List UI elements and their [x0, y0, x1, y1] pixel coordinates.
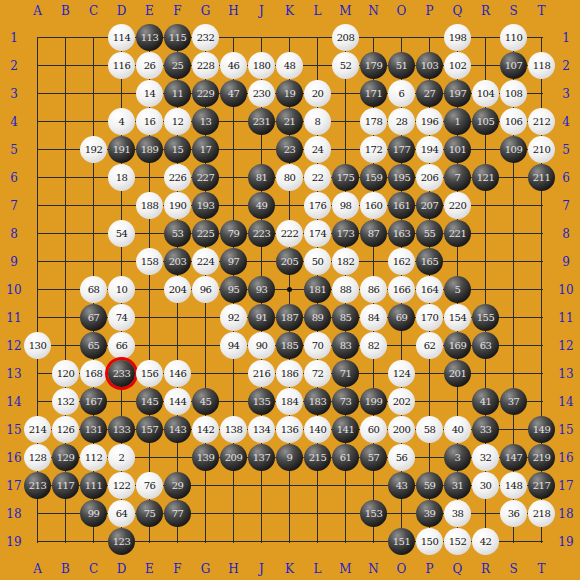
stone-black-H3-move-47[interactable]: 47: [220, 80, 247, 107]
stone-white-R16-move-32[interactable]: 32: [472, 444, 499, 471]
stone-white-Q1-move-198[interactable]: 198: [444, 24, 471, 51]
row-label-right-11: 11: [552, 311, 580, 325]
stone-white-Q19-move-152[interactable]: 152: [444, 528, 471, 555]
stone-white-J3-move-230[interactable]: 230: [248, 80, 275, 107]
stone-black-S5-move-109[interactable]: 109: [500, 136, 527, 163]
stone-black-P17-move-59[interactable]: 59: [416, 472, 443, 499]
stone-white-E2-move-26[interactable]: 26: [136, 52, 163, 79]
stone-white-M9-move-182[interactable]: 182: [332, 248, 359, 275]
stone-white-E9-move-158[interactable]: 158: [136, 248, 163, 275]
stone-white-L15-move-140[interactable]: 140: [304, 416, 331, 443]
stone-black-D13-move-233[interactable]: 233: [108, 360, 135, 387]
row-label-left-6: 6: [0, 171, 28, 185]
col-label-bottom-A: A: [24, 562, 52, 576]
stone-white-H11-move-92[interactable]: 92: [220, 304, 247, 331]
stone-white-E7-move-188[interactable]: 188: [136, 192, 163, 219]
stone-white-N5-move-172[interactable]: 172: [360, 136, 387, 163]
stone-black-O8-move-163[interactable]: 163: [388, 220, 415, 247]
stone-white-C16-move-112[interactable]: 112: [80, 444, 107, 471]
stone-white-R17-move-30[interactable]: 30: [472, 472, 499, 499]
stone-black-J6-move-81[interactable]: 81: [248, 164, 275, 191]
col-label-bottom-J: J: [248, 562, 276, 576]
stone-black-Q17-move-31[interactable]: 31: [444, 472, 471, 499]
stone-white-P15-move-58[interactable]: 58: [416, 416, 443, 443]
row-label-left-10: 10: [0, 283, 28, 297]
stone-white-D17-move-122[interactable]: 122: [108, 472, 135, 499]
stone-black-F8-move-53[interactable]: 53: [164, 220, 191, 247]
stone-black-O5-move-177[interactable]: 177: [388, 136, 415, 163]
col-label-bottom-K: K: [276, 562, 304, 576]
stone-black-J16-move-137[interactable]: 137: [248, 444, 275, 471]
stone-black-R6-move-121[interactable]: 121: [472, 164, 499, 191]
stone-white-M2-move-52[interactable]: 52: [332, 52, 359, 79]
stone-black-N3-move-171[interactable]: 171: [360, 80, 387, 107]
stone-white-H2-move-46[interactable]: 46: [220, 52, 247, 79]
stone-white-P4-move-196[interactable]: 196: [416, 108, 443, 135]
stone-white-K13-move-186[interactable]: 186: [276, 360, 303, 387]
row-label-right-8: 8: [552, 227, 580, 241]
stone-black-M13-move-71[interactable]: 71: [332, 360, 359, 387]
stone-black-F2-move-25[interactable]: 25: [164, 52, 191, 79]
col-label-top-E: E: [136, 4, 164, 18]
stone-black-O7-move-161[interactable]: 161: [388, 192, 415, 219]
row-label-left-8: 8: [0, 227, 28, 241]
stone-white-O4-move-28[interactable]: 28: [388, 108, 415, 135]
stone-black-K12-move-185[interactable]: 185: [276, 332, 303, 359]
col-label-top-J: J: [248, 4, 276, 18]
stone-black-G5-move-17[interactable]: 17: [192, 136, 219, 163]
stone-black-Q8-move-221[interactable]: 221: [444, 220, 471, 247]
stone-black-S16-move-147[interactable]: 147: [500, 444, 527, 471]
stone-black-R11-move-155[interactable]: 155: [472, 304, 499, 331]
row-label-right-18: 18: [552, 507, 580, 521]
stone-black-D15-move-133[interactable]: 133: [108, 416, 135, 443]
stone-white-G9-move-224[interactable]: 224: [192, 248, 219, 275]
stone-white-J2-move-180[interactable]: 180: [248, 52, 275, 79]
stone-black-F5-move-15[interactable]: 15: [164, 136, 191, 163]
stone-black-N14-move-199[interactable]: 199: [360, 388, 387, 415]
stone-black-Q16-move-3[interactable]: 3: [444, 444, 471, 471]
col-label-top-G: G: [192, 4, 220, 18]
stone-black-F18-move-77[interactable]: 77: [164, 500, 191, 527]
stone-white-D10-move-10[interactable]: 10: [108, 276, 135, 303]
stone-white-R3-move-104[interactable]: 104: [472, 80, 499, 107]
stone-black-M15-move-141[interactable]: 141: [332, 416, 359, 443]
stone-black-P8-move-55[interactable]: 55: [416, 220, 443, 247]
stone-white-N15-move-60[interactable]: 60: [360, 416, 387, 443]
stone-white-E17-move-76[interactable]: 76: [136, 472, 163, 499]
stone-black-D5-move-191[interactable]: 191: [108, 136, 135, 163]
stone-black-E5-move-189[interactable]: 189: [136, 136, 163, 163]
stone-black-M6-move-175[interactable]: 175: [332, 164, 359, 191]
stone-white-F7-move-190[interactable]: 190: [164, 192, 191, 219]
stone-black-M16-move-61[interactable]: 61: [332, 444, 359, 471]
stone-black-E18-move-75[interactable]: 75: [136, 500, 163, 527]
col-label-top-Q: Q: [444, 4, 472, 18]
row-label-left-14: 14: [0, 395, 28, 409]
stone-white-F13-move-146[interactable]: 146: [164, 360, 191, 387]
col-label-bottom-M: M: [332, 562, 360, 576]
stone-black-K11-move-187[interactable]: 187: [276, 304, 303, 331]
stone-white-N10-move-86[interactable]: 86: [360, 276, 387, 303]
stone-white-J15-move-134[interactable]: 134: [248, 416, 275, 443]
stone-black-G7-move-193[interactable]: 193: [192, 192, 219, 219]
stone-white-G1-move-232[interactable]: 232: [192, 24, 219, 51]
stone-black-F17-move-29[interactable]: 29: [164, 472, 191, 499]
stone-black-Q10-move-5[interactable]: 5: [444, 276, 471, 303]
stone-black-E1-move-113[interactable]: 113: [136, 24, 163, 51]
stone-white-B13-move-120[interactable]: 120: [52, 360, 79, 387]
col-label-top-K: K: [276, 4, 304, 18]
stone-white-L12-move-70[interactable]: 70: [304, 332, 331, 359]
stone-white-D2-move-116[interactable]: 116: [108, 52, 135, 79]
stone-white-L4-move-8[interactable]: 8: [304, 108, 331, 135]
stone-black-K4-move-21[interactable]: 21: [276, 108, 303, 135]
stone-white-C5-move-192[interactable]: 192: [80, 136, 107, 163]
row-label-right-9: 9: [552, 255, 580, 269]
stone-black-L14-move-183[interactable]: 183: [304, 388, 331, 415]
stone-black-J4-move-231[interactable]: 231: [248, 108, 275, 135]
row-label-left-18: 18: [0, 507, 28, 521]
stone-white-P6-move-206[interactable]: 206: [416, 164, 443, 191]
stone-black-P18-move-39[interactable]: 39: [416, 500, 443, 527]
stone-black-H9-move-97[interactable]: 97: [220, 248, 247, 275]
stone-black-D19-move-123[interactable]: 123: [108, 528, 135, 555]
stone-black-K3-move-19[interactable]: 19: [276, 80, 303, 107]
stone-black-B16-move-129[interactable]: 129: [52, 444, 79, 471]
stone-white-S3-move-108[interactable]: 108: [500, 80, 527, 107]
stone-black-J10-move-93[interactable]: 93: [248, 276, 275, 303]
col-label-top-S: S: [500, 4, 528, 18]
stone-black-O19-move-151[interactable]: 151: [388, 528, 415, 555]
row-label-right-14: 14: [552, 395, 580, 409]
col-label-bottom-T: T: [528, 562, 556, 576]
stone-white-G10-move-96[interactable]: 96: [192, 276, 219, 303]
row-label-right-2: 2: [552, 59, 580, 73]
row-label-right-3: 3: [552, 87, 580, 101]
row-label-left-3: 3: [0, 87, 28, 101]
stone-black-P9-move-165[interactable]: 165: [416, 248, 443, 275]
stone-black-P3-move-27[interactable]: 27: [416, 80, 443, 107]
star-point-K10: [287, 287, 292, 292]
stone-white-L13-move-72[interactable]: 72: [304, 360, 331, 387]
row-label-left-5: 5: [0, 143, 28, 157]
stone-white-D8-move-54[interactable]: 54: [108, 220, 135, 247]
stone-black-R12-move-63[interactable]: 63: [472, 332, 499, 359]
stone-white-A15-move-214[interactable]: 214: [24, 416, 51, 443]
stone-black-O17-move-43[interactable]: 43: [388, 472, 415, 499]
stone-white-Q7-move-220[interactable]: 220: [444, 192, 471, 219]
stone-white-M10-move-88[interactable]: 88: [332, 276, 359, 303]
stone-white-D11-move-74[interactable]: 74: [108, 304, 135, 331]
stone-white-D6-move-18[interactable]: 18: [108, 164, 135, 191]
stone-black-J14-move-135[interactable]: 135: [248, 388, 275, 415]
stone-white-D1-move-114[interactable]: 114: [108, 24, 135, 51]
stone-black-T15-move-149[interactable]: 149: [528, 416, 555, 443]
col-label-bottom-L: L: [304, 562, 332, 576]
stone-black-H10-move-95[interactable]: 95: [220, 276, 247, 303]
row-label-right-16: 16: [552, 451, 580, 465]
stone-white-E3-move-14[interactable]: 14: [136, 80, 163, 107]
stone-white-E4-move-16[interactable]: 16: [136, 108, 163, 135]
stone-white-N11-move-84[interactable]: 84: [360, 304, 387, 331]
stone-white-T4-move-212[interactable]: 212: [528, 108, 555, 135]
stone-black-K16-move-9[interactable]: 9: [276, 444, 303, 471]
stone-black-S14-move-37[interactable]: 37: [500, 388, 527, 415]
stone-white-P5-move-194[interactable]: 194: [416, 136, 443, 163]
stone-black-N8-move-87[interactable]: 87: [360, 220, 387, 247]
row-label-right-17: 17: [552, 479, 580, 493]
stone-black-G14-move-45[interactable]: 45: [192, 388, 219, 415]
stone-black-R4-move-105[interactable]: 105: [472, 108, 499, 135]
col-label-top-H: H: [220, 4, 248, 18]
col-label-top-L: L: [304, 4, 332, 18]
stone-black-K9-move-205[interactable]: 205: [276, 248, 303, 275]
stone-white-B15-move-126[interactable]: 126: [52, 416, 79, 443]
stone-white-L7-move-176[interactable]: 176: [304, 192, 331, 219]
stone-white-A16-move-128[interactable]: 128: [24, 444, 51, 471]
stone-white-L8-move-174[interactable]: 174: [304, 220, 331, 247]
stone-white-S4-move-106[interactable]: 106: [500, 108, 527, 135]
stone-white-O15-move-200[interactable]: 200: [388, 416, 415, 443]
stone-white-E13-move-156[interactable]: 156: [136, 360, 163, 387]
stone-white-Q15-move-40[interactable]: 40: [444, 416, 471, 443]
col-label-bottom-E: E: [136, 562, 164, 576]
col-label-top-M: M: [332, 4, 360, 18]
stone-black-P2-move-103[interactable]: 103: [416, 52, 443, 79]
col-label-bottom-N: N: [360, 562, 388, 576]
col-label-top-R: R: [472, 4, 500, 18]
stone-white-P11-move-170[interactable]: 170: [416, 304, 443, 331]
stone-white-C10-move-68[interactable]: 68: [80, 276, 107, 303]
stone-black-J7-move-49[interactable]: 49: [248, 192, 275, 219]
stone-black-Q12-move-169[interactable]: 169: [444, 332, 471, 359]
stone-white-P12-move-62[interactable]: 62: [416, 332, 443, 359]
row-label-left-9: 9: [0, 255, 28, 269]
stone-black-F9-move-203[interactable]: 203: [164, 248, 191, 275]
stone-black-O11-move-69[interactable]: 69: [388, 304, 415, 331]
row-label-left-7: 7: [0, 199, 28, 213]
stone-black-C17-move-111[interactable]: 111: [80, 472, 107, 499]
stone-white-K15-move-136[interactable]: 136: [276, 416, 303, 443]
stone-white-H15-move-138[interactable]: 138: [220, 416, 247, 443]
stone-white-M1-move-208[interactable]: 208: [332, 24, 359, 51]
stone-white-O13-move-124[interactable]: 124: [388, 360, 415, 387]
stone-white-R19-move-42[interactable]: 42: [472, 528, 499, 555]
stone-white-S1-move-110[interactable]: 110: [500, 24, 527, 51]
col-label-top-B: B: [52, 4, 80, 18]
stone-black-K5-move-23[interactable]: 23: [276, 136, 303, 163]
row-label-right-15: 15: [552, 423, 580, 437]
stone-black-M8-move-173[interactable]: 173: [332, 220, 359, 247]
col-label-bottom-S: S: [500, 562, 528, 576]
stone-white-A12-move-130[interactable]: 130: [24, 332, 51, 359]
row-label-right-6: 6: [552, 171, 580, 185]
stone-black-H16-move-209[interactable]: 209: [220, 444, 247, 471]
col-label-top-O: O: [388, 4, 416, 18]
stone-black-C12-move-65[interactable]: 65: [80, 332, 107, 359]
stone-black-G4-move-13[interactable]: 13: [192, 108, 219, 135]
stone-white-J12-move-90[interactable]: 90: [248, 332, 275, 359]
row-label-right-7: 7: [552, 199, 580, 213]
stone-black-J8-move-223[interactable]: 223: [248, 220, 275, 247]
stone-white-T5-move-210[interactable]: 210: [528, 136, 555, 163]
row-label-left-1: 1: [0, 31, 28, 45]
stone-black-G6-move-227[interactable]: 227: [192, 164, 219, 191]
stone-black-Q5-move-101[interactable]: 101: [444, 136, 471, 163]
stone-black-E15-move-157[interactable]: 157: [136, 416, 163, 443]
stone-white-L6-move-22[interactable]: 22: [304, 164, 331, 191]
stone-white-P19-move-150[interactable]: 150: [416, 528, 443, 555]
stone-black-C11-move-67[interactable]: 67: [80, 304, 107, 331]
stone-white-O9-move-162[interactable]: 162: [388, 248, 415, 275]
stone-black-L10-move-181[interactable]: 181: [304, 276, 331, 303]
stone-black-N18-move-153[interactable]: 153: [360, 500, 387, 527]
stone-black-J11-move-91[interactable]: 91: [248, 304, 275, 331]
stone-black-Q13-move-201[interactable]: 201: [444, 360, 471, 387]
stone-black-F3-move-11[interactable]: 11: [164, 80, 191, 107]
stone-black-N16-move-57[interactable]: 57: [360, 444, 387, 471]
stone-white-B14-move-132[interactable]: 132: [52, 388, 79, 415]
stone-white-O10-move-166[interactable]: 166: [388, 276, 415, 303]
col-label-top-P: P: [416, 4, 444, 18]
stone-white-F4-move-12[interactable]: 12: [164, 108, 191, 135]
col-label-bottom-Q: Q: [444, 562, 472, 576]
stone-black-T6-move-211[interactable]: 211: [528, 164, 555, 191]
col-label-bottom-P: P: [416, 562, 444, 576]
col-label-bottom-R: R: [472, 562, 500, 576]
stone-white-J13-move-216[interactable]: 216: [248, 360, 275, 387]
row-label-right-12: 12: [552, 339, 580, 353]
stone-white-D4-move-4[interactable]: 4: [108, 108, 135, 135]
stone-white-L3-move-20[interactable]: 20: [304, 80, 331, 107]
stone-black-T16-move-219[interactable]: 219: [528, 444, 555, 471]
stone-white-N4-move-178[interactable]: 178: [360, 108, 387, 135]
col-label-top-C: C: [80, 4, 108, 18]
col-label-top-A: A: [24, 4, 52, 18]
stone-white-H12-move-94[interactable]: 94: [220, 332, 247, 359]
col-label-bottom-O: O: [388, 562, 416, 576]
stone-black-N6-move-159[interactable]: 159: [360, 164, 387, 191]
stone-white-M7-move-98[interactable]: 98: [332, 192, 359, 219]
stone-white-K8-move-222[interactable]: 222: [276, 220, 303, 247]
stone-black-E14-move-145[interactable]: 145: [136, 388, 163, 415]
stone-black-N2-move-179[interactable]: 179: [360, 52, 387, 79]
stone-black-M14-move-73[interactable]: 73: [332, 388, 359, 415]
stone-black-G8-move-225[interactable]: 225: [192, 220, 219, 247]
stone-white-L9-move-50[interactable]: 50: [304, 248, 331, 275]
stone-black-L16-move-215[interactable]: 215: [304, 444, 331, 471]
stone-white-D18-move-64[interactable]: 64: [108, 500, 135, 527]
stone-white-D12-move-66[interactable]: 66: [108, 332, 135, 359]
row-label-right-10: 10: [552, 283, 580, 297]
col-label-top-D: D: [108, 4, 136, 18]
stone-white-O16-move-56[interactable]: 56: [388, 444, 415, 471]
stone-black-Q6-move-7[interactable]: 7: [444, 164, 471, 191]
col-label-bottom-F: F: [164, 562, 192, 576]
stone-black-R15-move-33[interactable]: 33: [472, 416, 499, 443]
stone-black-R14-move-41[interactable]: 41: [472, 388, 499, 415]
stone-black-G3-move-229[interactable]: 229: [192, 80, 219, 107]
stone-black-C15-move-131[interactable]: 131: [80, 416, 107, 443]
col-label-bottom-G: G: [192, 562, 220, 576]
go-board-diagram[interactable]: AABBCCDDEEFFGGHHJJKKLLMMNNOOPPQQRRSSTT11…: [0, 0, 580, 580]
stone-white-O14-move-202[interactable]: 202: [388, 388, 415, 415]
row-label-right-5: 5: [552, 143, 580, 157]
stone-white-L5-move-24[interactable]: 24: [304, 136, 331, 163]
stone-black-T17-move-217[interactable]: 217: [528, 472, 555, 499]
col-label-top-T: T: [528, 4, 556, 18]
stone-white-K6-move-80[interactable]: 80: [276, 164, 303, 191]
stone-black-H8-move-79[interactable]: 79: [220, 220, 247, 247]
stone-white-F14-move-144[interactable]: 144: [164, 388, 191, 415]
stone-black-O6-move-195[interactable]: 195: [388, 164, 415, 191]
stone-white-S17-move-148[interactable]: 148: [500, 472, 527, 499]
row-label-left-19: 19: [0, 535, 28, 549]
col-label-bottom-C: C: [80, 562, 108, 576]
stone-black-M12-move-83[interactable]: 83: [332, 332, 359, 359]
stone-black-Q4-move-1[interactable]: 1: [444, 108, 471, 135]
row-label-left-4: 4: [0, 115, 28, 129]
stone-black-B17-move-117[interactable]: 117: [52, 472, 79, 499]
col-label-bottom-H: H: [220, 562, 248, 576]
stone-white-Q2-move-102[interactable]: 102: [444, 52, 471, 79]
stone-black-Q3-move-197[interactable]: 197: [444, 80, 471, 107]
stone-black-A17-move-213[interactable]: 213: [24, 472, 51, 499]
stone-black-C14-move-167[interactable]: 167: [80, 388, 107, 415]
stone-black-F15-move-143[interactable]: 143: [164, 416, 191, 443]
stone-black-F1-move-115[interactable]: 115: [164, 24, 191, 51]
stone-white-T2-move-118[interactable]: 118: [528, 52, 555, 79]
stone-black-S2-move-107[interactable]: 107: [500, 52, 527, 79]
col-label-bottom-D: D: [108, 562, 136, 576]
row-label-left-11: 11: [0, 311, 28, 325]
stone-white-D16-move-2[interactable]: 2: [108, 444, 135, 471]
stone-white-F6-move-226[interactable]: 226: [164, 164, 191, 191]
stone-black-G16-move-139[interactable]: 139: [192, 444, 219, 471]
row-label-right-1: 1: [552, 31, 580, 45]
stone-white-G15-move-142[interactable]: 142: [192, 416, 219, 443]
stone-black-M11-move-85[interactable]: 85: [332, 304, 359, 331]
stone-white-O3-move-6[interactable]: 6: [388, 80, 415, 107]
stone-white-Q11-move-154[interactable]: 154: [444, 304, 471, 331]
stone-white-K2-move-48[interactable]: 48: [276, 52, 303, 79]
row-label-right-4: 4: [552, 115, 580, 129]
row-label-left-2: 2: [0, 59, 28, 73]
col-label-top-N: N: [360, 4, 388, 18]
stone-white-T18-move-218[interactable]: 218: [528, 500, 555, 527]
stone-white-K14-move-184[interactable]: 184: [276, 388, 303, 415]
row-label-right-13: 13: [552, 367, 580, 381]
stone-black-O2-move-51[interactable]: 51: [388, 52, 415, 79]
row-label-right-19: 19: [552, 535, 580, 549]
stone-white-N7-move-160[interactable]: 160: [360, 192, 387, 219]
stone-black-P7-move-207[interactable]: 207: [416, 192, 443, 219]
stone-black-C18-move-99[interactable]: 99: [80, 500, 107, 527]
stone-white-Q18-move-38[interactable]: 38: [444, 500, 471, 527]
stone-white-G2-move-228[interactable]: 228: [192, 52, 219, 79]
stone-black-L11-move-89[interactable]: 89: [304, 304, 331, 331]
col-label-top-F: F: [164, 4, 192, 18]
stone-white-S18-move-36[interactable]: 36: [500, 500, 527, 527]
stone-white-P10-move-164[interactable]: 164: [416, 276, 443, 303]
col-label-bottom-B: B: [52, 562, 80, 576]
stone-white-N12-move-82[interactable]: 82: [360, 332, 387, 359]
stone-white-C13-move-168[interactable]: 168: [80, 360, 107, 387]
stone-white-F10-move-204[interactable]: 204: [164, 276, 191, 303]
row-label-left-13: 13: [0, 367, 28, 381]
